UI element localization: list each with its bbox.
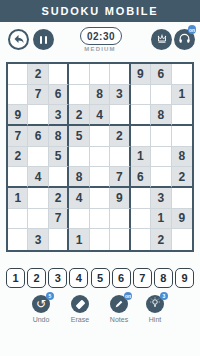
app-header: SUDOKU MOBILE (0, 0, 200, 22)
lightbulb-icon (149, 295, 161, 313)
cell-r4c9[interactable] (172, 126, 192, 147)
cell-r9c8[interactable]: 2 (151, 229, 171, 250)
undo-button[interactable]: ↺ 5 Undo (21, 295, 61, 323)
numpad-3[interactable]: 3 (48, 268, 67, 288)
cell-r7c1[interactable]: 1 (8, 188, 28, 209)
cell-r6c9[interactable]: 2 (172, 167, 192, 188)
cell-r2c2[interactable]: 7 (28, 85, 48, 106)
hint-count-badge: 3 (160, 292, 168, 300)
undo-count-badge: 5 (46, 292, 54, 300)
cell-r6c1[interactable] (8, 167, 28, 188)
erase-button[interactable]: Erase (60, 295, 100, 323)
crown-icon (156, 31, 168, 49)
timer-display: 02:30 (80, 27, 122, 45)
cell-r5c8[interactable] (151, 147, 171, 168)
cell-r1c6[interactable] (110, 64, 130, 85)
notes-label: Notes (99, 316, 139, 323)
numpad-7[interactable]: 7 (133, 268, 152, 288)
cell-r7c6[interactable]: 9 (110, 188, 130, 209)
cell-r3c5[interactable]: 4 (90, 105, 110, 126)
cell-r7c7[interactable] (131, 188, 151, 209)
cell-r3c1[interactable]: 9 (8, 105, 28, 126)
numpad-6[interactable]: 6 (112, 268, 131, 288)
cell-r8c4[interactable] (69, 209, 89, 230)
cell-r2c8[interactable] (151, 85, 171, 106)
cell-r2c6[interactable]: 3 (110, 85, 130, 106)
cell-r1c4[interactable] (69, 64, 89, 85)
cell-r6c6[interactable]: 7 (110, 167, 130, 188)
cell-r8c6[interactable] (110, 209, 130, 230)
timer-value: 02:30 (87, 31, 115, 42)
sound-status-badge: on (188, 25, 196, 34)
cell-r5c5[interactable] (90, 147, 110, 168)
cell-r5c9[interactable]: 8 (172, 147, 192, 168)
hint-label: Hint (135, 316, 175, 323)
cell-r1c9[interactable] (172, 64, 192, 85)
cell-r2c5[interactable]: 8 (90, 85, 110, 106)
hint-button[interactable]: 3 Hint (135, 295, 175, 323)
cell-r6c3[interactable] (49, 167, 69, 188)
cell-r7c3[interactable]: 2 (49, 188, 69, 209)
cell-r2c3[interactable]: 6 (49, 85, 69, 106)
cell-r5c3[interactable]: 5 (49, 147, 69, 168)
cell-r3c3[interactable]: 3 (49, 105, 69, 126)
cell-r6c4[interactable]: 8 (69, 167, 89, 188)
cell-r9c3[interactable] (49, 229, 69, 250)
notes-status-badge: on (124, 292, 132, 300)
notes-button[interactable]: on Notes (99, 295, 139, 323)
cell-r5c7[interactable]: 1 (131, 147, 151, 168)
cell-r6c5[interactable] (90, 167, 110, 188)
cell-r1c3[interactable] (49, 64, 69, 85)
sudoku-app: SUDOKU MOBILE 02:30 MEDIUM (0, 0, 200, 356)
cell-r2c4[interactable] (69, 85, 89, 106)
cell-r3c8[interactable]: 8 (151, 105, 171, 126)
erase-label: Erase (60, 316, 100, 323)
cell-r8c9[interactable]: 9 (172, 209, 192, 230)
cell-r6c7[interactable]: 6 (131, 167, 151, 188)
eraser-icon (75, 299, 85, 309)
cell-r1c5[interactable] (90, 64, 110, 85)
cell-r7c9[interactable] (172, 188, 192, 209)
trophy-button[interactable] (151, 29, 172, 50)
undo-label: Undo (21, 316, 61, 323)
cell-r9c2[interactable]: 3 (28, 229, 48, 250)
cell-r8c8[interactable]: 1 (151, 209, 171, 230)
cell-r5c6[interactable] (110, 147, 130, 168)
cell-r3c4[interactable]: 2 (69, 105, 89, 126)
cell-r4c5[interactable] (90, 126, 110, 147)
numpad-1[interactable]: 1 (6, 268, 25, 288)
cell-r4c3[interactable]: 8 (49, 126, 69, 147)
numpad-8[interactable]: 8 (154, 268, 173, 288)
cell-r4c1[interactable]: 7 (8, 126, 28, 147)
cell-r2c7[interactable] (131, 85, 151, 106)
cell-r1c1[interactable] (8, 64, 28, 85)
undo-icon: ↺ (36, 298, 46, 310)
cell-r3c2[interactable] (28, 105, 48, 126)
cell-r4c6[interactable]: 2 (110, 126, 130, 147)
cell-r1c7[interactable]: 9 (131, 64, 151, 85)
back-button[interactable] (8, 29, 29, 50)
cell-r4c8[interactable] (151, 126, 171, 147)
app-title: SUDOKU MOBILE (42, 5, 159, 17)
cell-r8c2[interactable] (28, 209, 48, 230)
cell-r1c8[interactable]: 6 (151, 64, 171, 85)
cell-r4c4[interactable]: 5 (69, 126, 89, 147)
cell-r4c7[interactable] (131, 126, 151, 147)
sudoku-grid: 29676831932487685225184876212493719312 (6, 62, 194, 252)
numpad-4[interactable]: 4 (69, 268, 88, 288)
cell-r2c9[interactable]: 1 (172, 85, 192, 106)
number-pad: 123456789 (6, 268, 194, 288)
cell-r7c4[interactable]: 4 (69, 188, 89, 209)
pencil-icon (114, 295, 124, 313)
difficulty-label: MEDIUM (70, 46, 130, 52)
cell-r3c6[interactable] (110, 105, 130, 126)
cell-r5c1[interactable]: 2 (8, 147, 28, 168)
cell-r8c5[interactable] (90, 209, 110, 230)
cell-r9c5[interactable] (90, 229, 110, 250)
cell-r7c2[interactable] (28, 188, 48, 209)
cell-r8c7[interactable] (131, 209, 151, 230)
pause-icon (40, 36, 43, 44)
cell-r9c9[interactable] (172, 229, 192, 250)
cell-r1c2[interactable]: 2 (28, 64, 48, 85)
pause-button[interactable] (33, 29, 54, 50)
cell-r5c2[interactable] (28, 147, 48, 168)
cell-r3c7[interactable] (131, 105, 151, 126)
numpad-9[interactable]: 9 (175, 268, 194, 288)
cell-r9c1[interactable] (8, 229, 28, 250)
cell-r6c8[interactable] (151, 167, 171, 188)
cell-r9c6[interactable] (110, 229, 130, 250)
cell-r8c3[interactable]: 7 (49, 209, 69, 230)
cell-r5c4[interactable] (69, 147, 89, 168)
cell-r6c2[interactable]: 4 (28, 167, 48, 188)
cell-r4c2[interactable]: 6 (28, 126, 48, 147)
numpad-5[interactable]: 5 (91, 268, 110, 288)
cell-r3c9[interactable] (172, 105, 192, 126)
cell-r9c4[interactable]: 1 (69, 229, 89, 250)
cell-r2c1[interactable] (8, 85, 28, 106)
cell-r8c1[interactable] (8, 209, 28, 230)
cell-r9c7[interactable] (131, 229, 151, 250)
cell-r7c5[interactable] (90, 188, 110, 209)
cell-r7c8[interactable]: 3 (151, 188, 171, 209)
back-icon (13, 31, 25, 49)
numpad-2[interactable]: 2 (27, 268, 46, 288)
